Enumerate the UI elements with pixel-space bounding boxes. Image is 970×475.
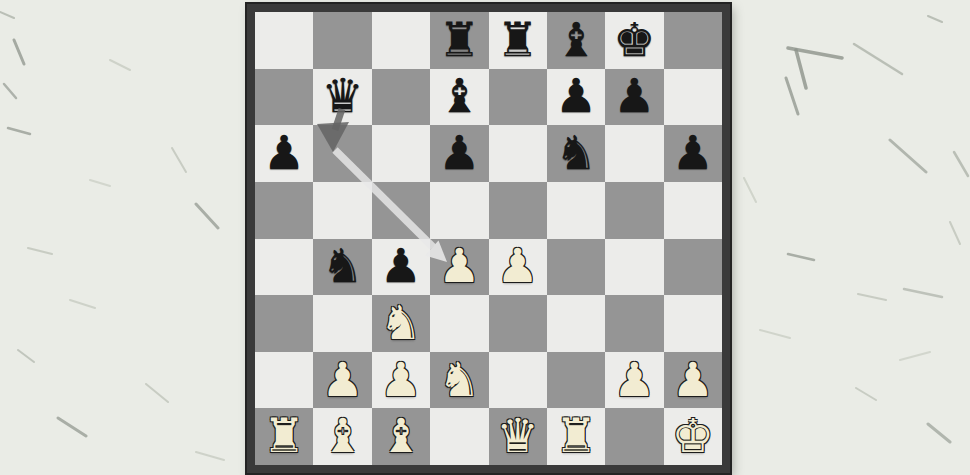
square-a5 [255, 182, 313, 239]
square-d7: ♝ [430, 69, 488, 126]
square-f8: ♝ [547, 12, 605, 69]
square-b6 [313, 125, 371, 182]
square-e7 [489, 69, 547, 126]
chessboard: ♜♜♝♚♛♝♟♟♟♟♞♟♞♟♟♟♞♟♟♞♟♟♜♝♝♛♜♚ [247, 4, 730, 473]
square-b1: ♝ [313, 408, 371, 465]
square-g3 [605, 295, 663, 352]
white-rook-f1: ♜ [555, 412, 597, 459]
square-d2: ♞ [430, 352, 488, 409]
square-b3 [313, 295, 371, 352]
square-c1: ♝ [372, 408, 430, 465]
square-b2: ♟ [313, 352, 371, 409]
white-bishop-c1: ♝ [380, 412, 422, 459]
square-d6: ♟ [430, 125, 488, 182]
black-pawn-a6: ♟ [263, 129, 305, 176]
white-pawn-h2: ♟ [672, 356, 714, 403]
square-c8 [372, 12, 430, 69]
white-king-h1: ♚ [672, 412, 714, 459]
square-e5 [489, 182, 547, 239]
white-rook-a1: ♜ [263, 412, 305, 459]
white-pawn-c2: ♟ [380, 356, 422, 403]
square-a2 [255, 352, 313, 409]
white-pawn-g2: ♟ [613, 356, 655, 403]
black-pawn-g7: ♟ [613, 72, 655, 119]
square-h7 [664, 69, 722, 126]
black-pawn-f7: ♟ [555, 72, 597, 119]
square-h5 [664, 182, 722, 239]
square-f5 [547, 182, 605, 239]
square-d8: ♜ [430, 12, 488, 69]
square-c5 [372, 182, 430, 239]
white-pawn-b2: ♟ [321, 356, 363, 403]
square-c2: ♟ [372, 352, 430, 409]
square-g7: ♟ [605, 69, 663, 126]
white-pawn-d4: ♟ [438, 242, 480, 289]
square-e8: ♜ [489, 12, 547, 69]
square-d4: ♟ [430, 239, 488, 296]
square-g5 [605, 182, 663, 239]
black-queen-b7: ♛ [321, 72, 363, 119]
square-e3 [489, 295, 547, 352]
square-d3 [430, 295, 488, 352]
square-f4 [547, 239, 605, 296]
square-d5 [430, 182, 488, 239]
page: ♜♜♝♚♛♝♟♟♟♟♞♟♞♟♟♟♞♟♟♞♟♟♜♝♝♛♜♚ [0, 0, 970, 475]
square-g2: ♟ [605, 352, 663, 409]
square-a4 [255, 239, 313, 296]
square-d1 [430, 408, 488, 465]
white-knight-c3: ♞ [380, 299, 422, 346]
black-rook-e8: ♜ [497, 16, 539, 63]
black-pawn-d6: ♟ [438, 129, 480, 176]
square-f6: ♞ [547, 125, 605, 182]
square-a8 [255, 12, 313, 69]
square-e2 [489, 352, 547, 409]
square-h1: ♚ [664, 408, 722, 465]
square-g8: ♚ [605, 12, 663, 69]
square-a3 [255, 295, 313, 352]
square-b7: ♛ [313, 69, 371, 126]
black-pawn-c4: ♟ [380, 242, 422, 289]
black-bishop-f8: ♝ [555, 16, 597, 63]
square-g4 [605, 239, 663, 296]
black-knight-f6: ♞ [555, 129, 597, 176]
square-h6: ♟ [664, 125, 722, 182]
white-pawn-e4: ♟ [497, 242, 539, 289]
white-bishop-b1: ♝ [321, 412, 363, 459]
square-b5 [313, 182, 371, 239]
square-h4 [664, 239, 722, 296]
square-a1: ♜ [255, 408, 313, 465]
square-c7 [372, 69, 430, 126]
square-c6 [372, 125, 430, 182]
square-h2: ♟ [664, 352, 722, 409]
square-b4: ♞ [313, 239, 371, 296]
square-g6 [605, 125, 663, 182]
black-king-g8: ♚ [613, 16, 655, 63]
white-knight-d2: ♞ [438, 356, 480, 403]
square-a7 [255, 69, 313, 126]
black-rook-d8: ♜ [438, 16, 480, 63]
square-h3 [664, 295, 722, 352]
black-bishop-d7: ♝ [438, 72, 480, 119]
square-h8 [664, 12, 722, 69]
white-queen-e1: ♛ [497, 412, 539, 459]
square-e6 [489, 125, 547, 182]
square-c4: ♟ [372, 239, 430, 296]
square-a6: ♟ [255, 125, 313, 182]
board-grid: ♜♜♝♚♛♝♟♟♟♟♞♟♞♟♟♟♞♟♟♞♟♟♜♝♝♛♜♚ [255, 12, 722, 465]
square-e1: ♛ [489, 408, 547, 465]
square-f2 [547, 352, 605, 409]
square-f3 [547, 295, 605, 352]
black-pawn-h6: ♟ [672, 129, 714, 176]
square-f7: ♟ [547, 69, 605, 126]
black-knight-b4: ♞ [321, 242, 363, 289]
square-f1: ♜ [547, 408, 605, 465]
square-b8 [313, 12, 371, 69]
square-c3: ♞ [372, 295, 430, 352]
square-g1 [605, 408, 663, 465]
square-e4: ♟ [489, 239, 547, 296]
